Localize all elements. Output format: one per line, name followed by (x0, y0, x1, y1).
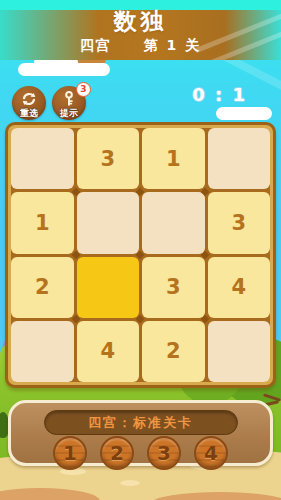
cell[interactable] (208, 321, 271, 382)
number-pad: 1 2 3 4 (11, 436, 270, 470)
number-button-3[interactable]: 3 (147, 436, 181, 470)
cell[interactable]: 2 (11, 257, 74, 318)
cell[interactable] (77, 192, 140, 253)
cell[interactable] (208, 128, 271, 189)
cell[interactable]: 3 (208, 192, 271, 253)
footer-panel: 四宫：标准关卡 1 2 3 4 (8, 400, 273, 466)
page-title: 数独 (0, 6, 281, 37)
sudoku-board: 3 1 1 3 2 3 4 4 2 (5, 122, 276, 388)
number-button-2[interactable]: 2 (100, 436, 134, 470)
cell[interactable]: 3 (142, 257, 205, 318)
hint-button-label: 提示 (52, 107, 86, 120)
cell[interactable] (142, 192, 205, 253)
hint-badge: 3 (76, 82, 91, 97)
reset-button[interactable]: 重选 (12, 86, 46, 120)
level-type-label: 四宫：标准关卡 (88, 414, 193, 432)
cell[interactable]: 4 (77, 321, 140, 382)
app: 数独 四宫 第 1 关 重选 提示 3 0 : 1 (0, 0, 281, 500)
cell[interactable] (77, 257, 140, 318)
level-type-pill: 四宫：标准关卡 (44, 410, 238, 435)
cell[interactable]: 1 (11, 192, 74, 253)
number-button-4[interactable]: 4 (194, 436, 228, 470)
header: 数独 四宫 第 1 关 (0, 0, 281, 60)
cell[interactable] (11, 321, 74, 382)
sand-spot (120, 480, 140, 486)
cell[interactable]: 3 (77, 128, 140, 189)
cloud (216, 107, 272, 120)
cell[interactable] (11, 128, 74, 189)
timer: 0 : 1 (192, 84, 247, 105)
reset-button-label: 重选 (12, 107, 46, 120)
cell[interactable]: 4 (208, 257, 271, 318)
number-button-1[interactable]: 1 (53, 436, 87, 470)
cell[interactable]: 1 (142, 128, 205, 189)
level-subtitle: 四宫 第 1 关 (0, 37, 281, 55)
cell[interactable]: 2 (142, 321, 205, 382)
